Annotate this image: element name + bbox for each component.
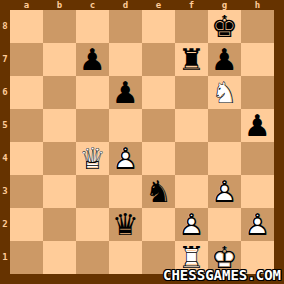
rank-label-5: 5 bbox=[0, 109, 10, 142]
square-h6 bbox=[241, 76, 274, 109]
square-b7 bbox=[43, 43, 76, 76]
black-king-g8: ♚ bbox=[208, 10, 241, 43]
black-pawn-d6: ♟ bbox=[109, 76, 142, 109]
square-a6 bbox=[10, 76, 43, 109]
piece-solid-layer: ♟ bbox=[208, 43, 241, 76]
square-d1 bbox=[109, 241, 142, 274]
piece-solid-layer: ♟ bbox=[241, 109, 274, 142]
rank-label-3: 3 bbox=[0, 175, 10, 208]
file-labels: abcdefgh bbox=[10, 0, 274, 10]
square-d8 bbox=[109, 10, 142, 43]
white-pawn-f2: ♟♙ bbox=[175, 208, 208, 241]
black-pawn-c7: ♟ bbox=[76, 43, 109, 76]
square-e2 bbox=[142, 208, 175, 241]
piece-solid-layer: ♞ bbox=[142, 175, 175, 208]
square-h8 bbox=[241, 10, 274, 43]
square-b8 bbox=[43, 10, 76, 43]
rank-label-6: 6 bbox=[0, 76, 10, 109]
black-rook-f7: ♜ bbox=[175, 43, 208, 76]
square-f4 bbox=[175, 142, 208, 175]
piece-fill-layer: ♟ bbox=[109, 142, 142, 175]
rank-label-2: 2 bbox=[0, 208, 10, 241]
square-d5 bbox=[109, 109, 142, 142]
piece-solid-layer: ♜ bbox=[175, 43, 208, 76]
square-d2: ♛ bbox=[109, 208, 142, 241]
file-label-g: g bbox=[208, 0, 241, 10]
chess-board: ♚♟♜♟♟♞♘♟♛♕♟♙♞♟♙♛♟♙♟♙♜♖♚♔ bbox=[10, 10, 274, 274]
rank-labels: 87654321 bbox=[0, 10, 10, 274]
square-h2: ♟♙ bbox=[241, 208, 274, 241]
square-g3: ♟♙ bbox=[208, 175, 241, 208]
square-a5 bbox=[10, 109, 43, 142]
square-g4 bbox=[208, 142, 241, 175]
black-knight-e3: ♞ bbox=[142, 175, 175, 208]
square-a3 bbox=[10, 175, 43, 208]
black-queen-d2: ♛ bbox=[109, 208, 142, 241]
square-c3 bbox=[76, 175, 109, 208]
white-pawn-h2: ♟♙ bbox=[241, 208, 274, 241]
square-h5: ♟ bbox=[241, 109, 274, 142]
square-b1 bbox=[43, 241, 76, 274]
rank-label-8: 8 bbox=[0, 10, 10, 43]
file-label-b: b bbox=[43, 0, 76, 10]
file-label-h: h bbox=[241, 0, 274, 10]
square-c4: ♛♕ bbox=[76, 142, 109, 175]
file-label-d: d bbox=[109, 0, 142, 10]
file-label-e: e bbox=[142, 0, 175, 10]
square-e8 bbox=[142, 10, 175, 43]
square-f7: ♜ bbox=[175, 43, 208, 76]
square-f2: ♟♙ bbox=[175, 208, 208, 241]
square-c1 bbox=[76, 241, 109, 274]
rank-label-7: 7 bbox=[0, 43, 10, 76]
square-a8 bbox=[10, 10, 43, 43]
square-h3 bbox=[241, 175, 274, 208]
square-c8 bbox=[76, 10, 109, 43]
white-pawn-d4: ♟♙ bbox=[109, 142, 142, 175]
square-f5 bbox=[175, 109, 208, 142]
piece-fill-layer: ♟ bbox=[175, 208, 208, 241]
piece-solid-layer: ♟ bbox=[76, 43, 109, 76]
square-e4 bbox=[142, 142, 175, 175]
square-b4 bbox=[43, 142, 76, 175]
square-b2 bbox=[43, 208, 76, 241]
piece-fill-layer: ♛ bbox=[76, 142, 109, 175]
chessgames-watermark: CHESSGAMES.COM bbox=[163, 267, 281, 283]
square-b5 bbox=[43, 109, 76, 142]
square-g7: ♟ bbox=[208, 43, 241, 76]
piece-solid-layer: ♚ bbox=[208, 10, 241, 43]
piece-outline-layer: ♘ bbox=[208, 76, 241, 109]
square-g6: ♞♘ bbox=[208, 76, 241, 109]
square-g2 bbox=[208, 208, 241, 241]
piece-solid-layer: ♟ bbox=[109, 76, 142, 109]
square-f8 bbox=[175, 10, 208, 43]
black-pawn-g7: ♟ bbox=[208, 43, 241, 76]
square-a2 bbox=[10, 208, 43, 241]
black-pawn-h5: ♟ bbox=[241, 109, 274, 142]
square-c2 bbox=[76, 208, 109, 241]
square-g5 bbox=[208, 109, 241, 142]
square-a1 bbox=[10, 241, 43, 274]
file-label-c: c bbox=[76, 0, 109, 10]
white-pawn-g3: ♟♙ bbox=[208, 175, 241, 208]
rank-label-4: 4 bbox=[0, 142, 10, 175]
square-g8: ♚ bbox=[208, 10, 241, 43]
square-f6 bbox=[175, 76, 208, 109]
square-h4 bbox=[241, 142, 274, 175]
square-e6 bbox=[142, 76, 175, 109]
file-label-f: f bbox=[175, 0, 208, 10]
piece-outline-layer: ♙ bbox=[175, 208, 208, 241]
piece-outline-layer: ♙ bbox=[109, 142, 142, 175]
square-c7: ♟ bbox=[76, 43, 109, 76]
square-c5 bbox=[76, 109, 109, 142]
square-e7 bbox=[142, 43, 175, 76]
piece-fill-layer: ♞ bbox=[208, 76, 241, 109]
piece-solid-layer: ♛ bbox=[109, 208, 142, 241]
square-a4 bbox=[10, 142, 43, 175]
piece-fill-layer: ♟ bbox=[208, 175, 241, 208]
piece-outline-layer: ♙ bbox=[208, 175, 241, 208]
square-e5 bbox=[142, 109, 175, 142]
rank-label-1: 1 bbox=[0, 241, 10, 274]
square-e3: ♞ bbox=[142, 175, 175, 208]
square-d7 bbox=[109, 43, 142, 76]
white-queen-c4: ♛♕ bbox=[76, 142, 109, 175]
square-d4: ♟♙ bbox=[109, 142, 142, 175]
square-a7 bbox=[10, 43, 43, 76]
square-d3 bbox=[109, 175, 142, 208]
piece-outline-layer: ♙ bbox=[241, 208, 274, 241]
chess-board-frame: abcdefgh 87654321 ♚♟♜♟♟♞♘♟♛♕♟♙♞♟♙♛♟♙♟♙♜♖… bbox=[0, 0, 284, 284]
piece-outline-layer: ♕ bbox=[76, 142, 109, 175]
square-b3 bbox=[43, 175, 76, 208]
white-knight-g6: ♞♘ bbox=[208, 76, 241, 109]
square-f3 bbox=[175, 175, 208, 208]
square-d6: ♟ bbox=[109, 76, 142, 109]
square-h7 bbox=[241, 43, 274, 76]
square-b6 bbox=[43, 76, 76, 109]
piece-fill-layer: ♟ bbox=[241, 208, 274, 241]
square-c6 bbox=[76, 76, 109, 109]
file-label-a: a bbox=[10, 0, 43, 10]
